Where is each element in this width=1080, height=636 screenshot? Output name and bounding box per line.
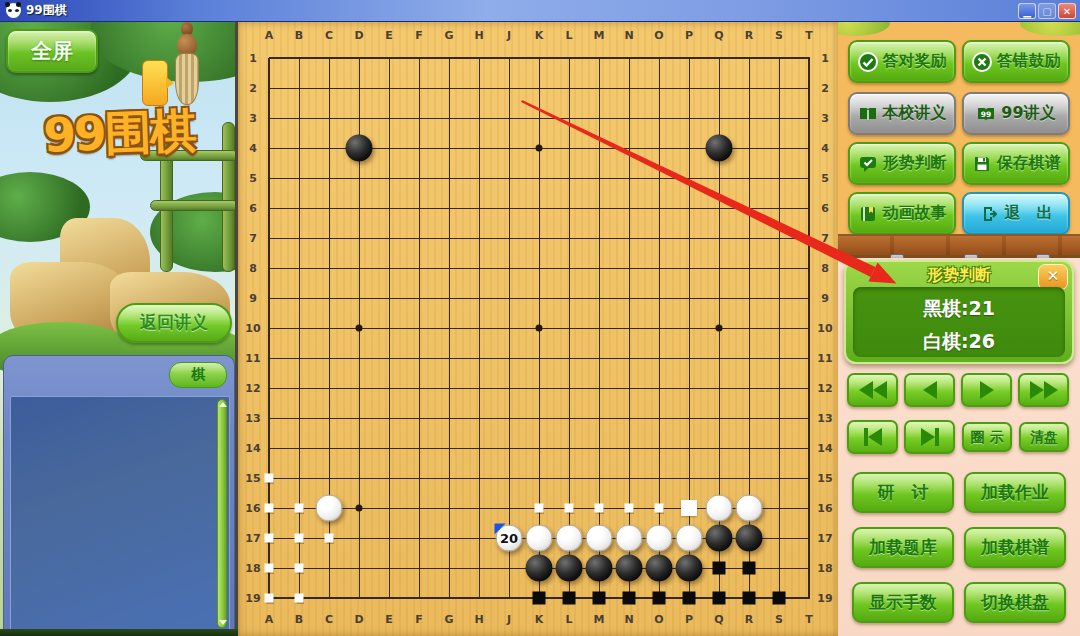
white-territory-marker (625, 504, 634, 513)
white-territory-marker (295, 534, 304, 543)
left-art-panel: 99围棋 全屏 返回讲义 棋 (0, 22, 238, 636)
tassel-ornament[interactable] (172, 22, 202, 112)
wooden-shelf (838, 234, 1080, 258)
white-stone[interactable] (556, 525, 583, 552)
black-territory-marker (773, 592, 786, 605)
board-row-label: 6 (821, 202, 829, 215)
black-stone[interactable] (526, 555, 553, 582)
black-stone[interactable] (706, 525, 733, 552)
leaf-art (1020, 22, 1080, 36)
board-col-label: G (444, 29, 453, 42)
board-col-label: O (654, 613, 663, 626)
button-label: 答对奖励 (883, 51, 947, 72)
last-move-button[interactable] (904, 420, 955, 454)
circle-mark-button[interactable]: 圈 示 (962, 422, 1012, 452)
leaf-art (838, 22, 890, 36)
board-row-label: 10 (245, 322, 260, 335)
board-col-label: N (624, 29, 633, 42)
board-row-label: 5 (249, 172, 257, 185)
minimize-button[interactable]: ▁ (1018, 3, 1036, 19)
load-homework-button[interactable]: 加载作业 (964, 472, 1066, 513)
board-col-label: B (295, 29, 303, 42)
white-stone[interactable] (736, 495, 763, 522)
white-territory-marker (265, 564, 274, 573)
star-point (356, 325, 363, 332)
board-col-label: L (565, 613, 572, 626)
bubble-check-icon (858, 154, 878, 174)
black-territory-marker (743, 562, 756, 575)
black-stone[interactable] (586, 555, 613, 582)
star-point (536, 145, 543, 152)
window-controls: ▁ ▢ ✕ (1018, 3, 1076, 19)
white-territory-marker (265, 534, 274, 543)
board-col-label: T (805, 29, 813, 42)
right-control-panel: 答对奖励答错鼓励本校讲义9999讲义形势判断保存棋谱动画故事退 出 形势判断 ✕… (838, 22, 1080, 636)
white-stone[interactable] (646, 525, 673, 552)
white-territory-marker (295, 564, 304, 573)
button-exit[interactable]: 退 出 (962, 192, 1070, 235)
white-territory-marker (265, 474, 274, 483)
button-label: 形势判断 (883, 153, 947, 174)
grid-line (569, 58, 570, 599)
board-row-label: 4 (821, 142, 829, 155)
button-cross-circle[interactable]: 答错鼓励 (962, 40, 1070, 83)
white-territory-marker (265, 594, 274, 603)
board-row-label: 11 (817, 352, 832, 365)
numbered-move-stone[interactable]: 20 (496, 525, 523, 552)
window-frame-bottom (0, 629, 238, 636)
step-forward-button[interactable] (961, 373, 1012, 407)
star-point (716, 325, 723, 332)
fast-forward-button[interactable] (1018, 373, 1069, 407)
board-col-label: G (444, 613, 453, 626)
board-col-label: H (474, 29, 483, 42)
black-territory-marker (533, 592, 546, 605)
board-row-label: 4 (249, 142, 257, 155)
board-row-label: 18 (817, 562, 832, 575)
button-label: 本校讲义 (883, 103, 947, 124)
black-territory-marker (713, 592, 726, 605)
black-territory-marker (563, 592, 576, 605)
discuss-button[interactable]: 研 讨 (852, 472, 954, 513)
board-row-label: 13 (817, 412, 832, 425)
board-row-label: 19 (817, 592, 832, 605)
board-col-label: D (354, 29, 363, 42)
button-label: 退 出 (1005, 203, 1053, 224)
board-row-label: 18 (245, 562, 260, 575)
check-circle-icon (858, 52, 878, 72)
board-col-label: S (775, 29, 783, 42)
white-territory-marker (535, 504, 544, 513)
board-row-label: 2 (821, 82, 829, 95)
situation-judgment-panel: 形势判断 ✕ 黑棋:21 白棋:26 (844, 260, 1074, 364)
story-book-icon (858, 204, 878, 224)
board-col-label: H (474, 613, 483, 626)
black-territory-marker (623, 592, 636, 605)
board-col-label: A (265, 613, 274, 626)
last-move-icon (921, 428, 939, 446)
board-col-label: M (594, 613, 605, 626)
black-stone[interactable] (736, 525, 763, 552)
white-territory-marker (655, 504, 664, 513)
board-col-label: P (685, 613, 693, 626)
board-col-label: Q (714, 29, 723, 42)
scroll-up-icon[interactable] (219, 402, 227, 407)
star-point (356, 505, 363, 512)
button-bubble-check[interactable]: 形势判断 (848, 142, 956, 185)
board-row-label: 14 (817, 442, 832, 455)
chat-tab-qi[interactable]: 棋 (169, 362, 227, 388)
white-stone[interactable] (706, 495, 733, 522)
board-col-label: N (624, 613, 633, 626)
go-board[interactable]: AABBCCDDEEFFGGHHJJKKLLMMNNOOPPQQRRSSTT11… (238, 22, 838, 636)
chat-panel: 棋 (3, 355, 235, 636)
pull-down-tag[interactable] (142, 60, 168, 106)
grid-line (269, 478, 810, 479)
board-col-label: M (594, 29, 605, 42)
board-row-label: 8 (821, 262, 829, 275)
board-row-label: 17 (245, 532, 260, 545)
black-stone[interactable] (556, 555, 583, 582)
white-territory-marker (295, 504, 304, 513)
black-territory-marker (653, 592, 666, 605)
step-backward-icon (923, 381, 937, 399)
board-row-label: 3 (821, 112, 829, 125)
white-stone[interactable] (316, 495, 343, 522)
switch-board-button[interactable]: 切换棋盘 (964, 582, 1066, 623)
button-book-99[interactable]: 9999讲义 (962, 92, 1070, 135)
white-territory-marker (325, 534, 334, 543)
board-row-label: 1 (249, 52, 257, 65)
bamboo-art (150, 200, 238, 211)
chat-scrollbar[interactable] (217, 399, 227, 628)
white-stone[interactable] (526, 525, 553, 552)
button-story-book[interactable]: 动画故事 (848, 192, 956, 235)
cross-circle-icon (972, 52, 992, 72)
board-row-label: 7 (249, 232, 257, 245)
fast-backward-button[interactable] (847, 373, 898, 407)
board-col-label: Q (714, 613, 723, 626)
white-territory-marker (295, 594, 304, 603)
board-row-label: 15 (817, 472, 832, 485)
grid-line (779, 58, 780, 599)
board-row-label: 3 (249, 112, 257, 125)
button-label: 答错鼓励 (997, 51, 1061, 72)
first-move-icon (864, 428, 882, 446)
button-label: 保存棋谱 (997, 153, 1061, 174)
black-territory-marker (743, 592, 756, 605)
board-col-label: E (385, 29, 393, 42)
star-point (536, 325, 543, 332)
board-row-label: 1 (821, 52, 829, 65)
board-row-label: 10 (817, 322, 832, 335)
board-col-label: B (295, 613, 303, 626)
board-row-label: 12 (817, 382, 832, 395)
step-backward-button[interactable] (904, 373, 955, 407)
white-territory-marker (265, 504, 274, 513)
book-icon (858, 104, 878, 124)
floppy-icon (972, 154, 992, 174)
board-col-label: O (654, 29, 663, 42)
grid-line (599, 58, 600, 599)
board-col-label: J (507, 613, 511, 626)
board-row-label: 13 (245, 412, 260, 425)
board-col-label: F (415, 29, 423, 42)
current-move-corner-icon (495, 524, 506, 535)
board-row-label: 16 (245, 502, 260, 515)
clear-board-button[interactable]: 清盘 (1019, 422, 1069, 452)
button-check-circle[interactable]: 答对奖励 (848, 40, 956, 83)
board-row-label: 16 (817, 502, 832, 515)
tassel-fringe (175, 53, 199, 105)
step-forward-icon (980, 381, 994, 399)
exit-icon (980, 204, 1000, 224)
grid-line (629, 58, 630, 599)
board-col-label: T (805, 613, 813, 626)
board-row-label: 14 (245, 442, 260, 455)
white-stone[interactable] (616, 525, 643, 552)
board-col-label: J (507, 29, 511, 42)
black-score: 黑棋:21 (853, 296, 1065, 322)
book-99-icon: 99 (976, 104, 996, 124)
load-problems-button[interactable]: 加载题库 (852, 527, 954, 568)
grid-line (269, 418, 810, 419)
situation-scores: 黑棋:21 白棋:26 (853, 287, 1065, 357)
board-row-label: 9 (249, 292, 257, 305)
app-panda-icon (6, 3, 21, 18)
board-col-label: C (325, 613, 333, 626)
grid-line (659, 58, 660, 599)
board-col-label: R (745, 613, 753, 626)
back-to-lecture-button[interactable]: 返回讲义 (116, 303, 232, 343)
button-label: 99讲义 (1001, 103, 1055, 124)
grid-line (269, 388, 810, 389)
white-stone[interactable] (586, 525, 613, 552)
board-row-label: 5 (821, 172, 829, 185)
white-score: 白棋:26 (853, 329, 1065, 355)
board-row-label: 12 (245, 382, 260, 395)
fast-forward-icon (1030, 381, 1058, 399)
board-row-label: 2 (249, 82, 257, 95)
chat-messages-box (10, 396, 230, 631)
show-move-numbers-button[interactable]: 显示手数 (852, 582, 954, 623)
board-col-label: S (775, 613, 783, 626)
board-row-label: 8 (249, 262, 257, 275)
board-row-label: 17 (817, 532, 832, 545)
white-territory-marker (595, 504, 604, 513)
white-stone[interactable] (676, 525, 703, 552)
white-territory-marker (565, 504, 574, 513)
window-title: 99围棋 (26, 2, 67, 19)
board-col-label: R (745, 29, 753, 42)
black-territory-marker (683, 592, 696, 605)
title-bar: 99围棋 ▁ ▢ ✕ (0, 0, 1080, 22)
board-row-label: 15 (245, 472, 260, 485)
board-col-label: C (325, 29, 333, 42)
button-floppy[interactable]: 保存棋谱 (962, 142, 1070, 185)
button-book[interactable]: 本校讲义 (848, 92, 956, 135)
first-move-button[interactable] (847, 420, 898, 454)
black-stone[interactable] (706, 135, 733, 162)
white-territory-marker-large (681, 500, 697, 516)
board-col-label: F (415, 613, 423, 626)
board-col-label: L (565, 29, 572, 42)
black-stone[interactable] (676, 555, 703, 582)
board-row-label: 7 (821, 232, 829, 245)
fullscreen-button[interactable]: 全屏 (6, 29, 98, 73)
board-col-label: K (535, 613, 544, 626)
grid-line (808, 58, 810, 599)
board-col-label: K (535, 29, 544, 42)
board-col-label: D (354, 613, 363, 626)
maximize-button[interactable]: ▢ (1038, 3, 1056, 19)
scroll-down-icon[interactable] (219, 620, 227, 625)
black-territory-marker (713, 562, 726, 575)
button-label: 动画故事 (883, 203, 947, 224)
grid-line (269, 358, 810, 359)
black-territory-marker (593, 592, 606, 605)
board-col-label: A (265, 29, 274, 42)
fast-backward-icon (859, 381, 887, 399)
board-col-label: E (385, 613, 393, 626)
close-button[interactable]: ✕ (1058, 3, 1076, 19)
grid-line (269, 448, 810, 449)
grid-line (689, 58, 690, 599)
black-stone[interactable] (646, 555, 673, 582)
load-kifu-button[interactable]: 加载棋谱 (964, 527, 1066, 568)
board-row-label: 9 (821, 292, 829, 305)
svg-text:99: 99 (981, 110, 991, 119)
board-col-label: P (685, 29, 693, 42)
board-row-label: 19 (245, 592, 260, 605)
black-stone[interactable] (346, 135, 373, 162)
black-stone[interactable] (616, 555, 643, 582)
board-row-label: 11 (245, 352, 260, 365)
board-row-label: 6 (249, 202, 257, 215)
